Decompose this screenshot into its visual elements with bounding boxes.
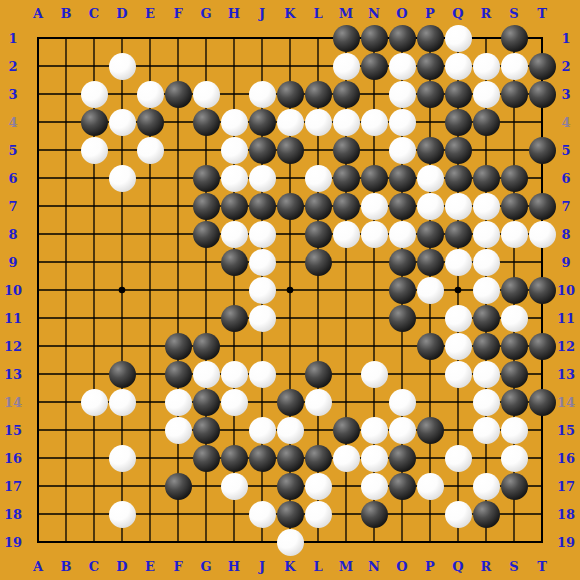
col-label-top-Q: Q [452,7,463,20]
white-stone-J11 [249,305,276,332]
col-label-top-J: J [259,7,265,20]
row-label-right-3: 3 [561,88,570,101]
white-stone-J6 [249,165,276,192]
white-stone-Q7 [445,193,472,220]
white-stone-O3 [389,81,416,108]
black-stone-G16 [193,445,220,472]
white-stone-E3 [137,81,164,108]
row-label-left-18: 18 [4,508,22,521]
white-stone-Q2 [445,53,472,80]
black-stone-P15 [417,417,444,444]
white-stone-R3 [473,81,500,108]
black-stone-K17 [277,473,304,500]
white-stone-M2 [333,53,360,80]
black-stone-S13 [501,361,528,388]
col-label-bottom-S: S [509,560,518,573]
white-stone-K4 [277,109,304,136]
black-stone-M3 [333,81,360,108]
black-stone-P9 [417,249,444,276]
white-stone-J13 [249,361,276,388]
black-stone-C4 [81,109,108,136]
black-stone-N2 [361,53,388,80]
black-stone-K7 [277,193,304,220]
black-stone-S1 [501,25,528,52]
black-stone-N6 [361,165,388,192]
row-label-left-9: 9 [8,256,17,269]
black-stone-H16 [221,445,248,472]
col-label-bottom-R: R [481,560,492,573]
white-stone-N13 [361,361,388,388]
col-label-bottom-N: N [368,560,380,573]
col-label-top-G: G [200,7,211,20]
white-stone-D16 [109,445,136,472]
black-stone-Q5 [445,137,472,164]
white-stone-R7 [473,193,500,220]
black-stone-M1 [333,25,360,52]
col-label-bottom-P: P [425,560,435,573]
row-label-left-4: 4 [8,116,17,129]
white-stone-J3 [249,81,276,108]
star-point-D10 [119,287,126,294]
col-label-bottom-F: F [173,560,182,573]
white-stone-K15 [277,417,304,444]
black-stone-G12 [193,333,220,360]
row-label-left-10: 10 [4,284,22,297]
row-label-left-12: 12 [4,340,22,353]
white-stone-F14 [165,389,192,416]
black-stone-L9 [305,249,332,276]
col-label-top-D: D [116,7,127,20]
white-stone-L6 [305,165,332,192]
black-stone-S14 [501,389,528,416]
black-stone-T14 [529,389,556,416]
white-stone-Q13 [445,361,472,388]
col-label-top-O: O [396,7,407,20]
row-label-left-2: 2 [8,60,17,73]
black-stone-J16 [249,445,276,472]
black-stone-J5 [249,137,276,164]
black-stone-M15 [333,417,360,444]
black-stone-T2 [529,53,556,80]
white-stone-D4 [109,109,136,136]
white-stone-L17 [305,473,332,500]
row-label-left-11: 11 [4,312,22,325]
black-stone-F17 [165,473,192,500]
black-stone-R4 [473,109,500,136]
black-stone-N18 [361,501,388,528]
black-stone-M5 [333,137,360,164]
black-stone-O6 [389,165,416,192]
black-stone-K18 [277,501,304,528]
black-stone-S10 [501,277,528,304]
white-stone-L18 [305,501,332,528]
white-stone-S15 [501,417,528,444]
black-stone-M7 [333,193,360,220]
white-stone-P10 [417,277,444,304]
black-stone-N1 [361,25,388,52]
white-stone-Q12 [445,333,472,360]
white-stone-S11 [501,305,528,332]
black-stone-D13 [109,361,136,388]
black-stone-F13 [165,361,192,388]
black-stone-O9 [389,249,416,276]
white-stone-P7 [417,193,444,220]
row-label-right-1: 1 [561,32,570,45]
black-stone-G6 [193,165,220,192]
black-stone-S6 [501,165,528,192]
row-label-left-5: 5 [8,144,17,157]
black-stone-P12 [417,333,444,360]
white-stone-N7 [361,193,388,220]
star-point-K10 [287,287,294,294]
white-stone-R9 [473,249,500,276]
white-stone-L14 [305,389,332,416]
black-stone-H11 [221,305,248,332]
black-stone-Q8 [445,221,472,248]
black-stone-T10 [529,277,556,304]
black-stone-M6 [333,165,360,192]
black-stone-K5 [277,137,304,164]
row-label-left-3: 3 [8,88,17,101]
white-stone-D2 [109,53,136,80]
black-stone-P5 [417,137,444,164]
col-label-top-M: M [339,7,353,20]
black-stone-T12 [529,333,556,360]
black-stone-G14 [193,389,220,416]
black-stone-Q3 [445,81,472,108]
white-stone-H6 [221,165,248,192]
white-stone-R13 [473,361,500,388]
black-stone-T7 [529,193,556,220]
white-stone-K19 [277,529,304,556]
black-stone-P1 [417,25,444,52]
white-stone-J15 [249,417,276,444]
white-stone-T8 [529,221,556,248]
black-stone-P3 [417,81,444,108]
white-stone-C14 [81,389,108,416]
col-label-top-N: N [368,7,380,20]
black-stone-O17 [389,473,416,500]
white-stone-R10 [473,277,500,304]
col-label-bottom-C: C [89,560,99,573]
white-stone-N17 [361,473,388,500]
white-stone-J9 [249,249,276,276]
col-label-bottom-G: G [200,560,211,573]
row-label-left-17: 17 [4,480,22,493]
white-stone-R2 [473,53,500,80]
black-stone-T5 [529,137,556,164]
black-stone-Q6 [445,165,472,192]
black-stone-K14 [277,389,304,416]
black-stone-K3 [277,81,304,108]
white-stone-J8 [249,221,276,248]
row-label-right-5: 5 [561,144,570,157]
white-stone-R14 [473,389,500,416]
col-label-bottom-A: A [33,560,43,573]
col-label-top-R: R [481,7,492,20]
black-stone-F12 [165,333,192,360]
white-stone-G13 [193,361,220,388]
black-stone-S12 [501,333,528,360]
white-stone-Q11 [445,305,472,332]
col-label-bottom-Q: Q [452,560,463,573]
row-label-right-14: 14 [557,396,575,409]
black-stone-H7 [221,193,248,220]
white-stone-H13 [221,361,248,388]
col-label-bottom-B: B [61,560,72,573]
col-label-top-C: C [89,7,99,20]
col-label-top-L: L [313,7,322,20]
white-stone-D6 [109,165,136,192]
white-stone-F15 [165,417,192,444]
black-stone-H9 [221,249,248,276]
row-label-right-9: 9 [561,256,570,269]
col-label-top-A: A [33,7,43,20]
white-stone-H14 [221,389,248,416]
white-stone-N16 [361,445,388,472]
white-stone-H4 [221,109,248,136]
white-stone-O5 [389,137,416,164]
black-stone-S7 [501,193,528,220]
col-label-bottom-H: H [228,560,240,573]
row-label-right-16: 16 [557,452,575,465]
white-stone-N4 [361,109,388,136]
row-label-left-15: 15 [4,424,22,437]
black-stone-Q4 [445,109,472,136]
row-label-left-1: 1 [8,32,17,45]
black-stone-J7 [249,193,276,220]
black-stone-T3 [529,81,556,108]
white-stone-P17 [417,473,444,500]
col-label-top-P: P [425,7,435,20]
black-stone-F3 [165,81,192,108]
black-stone-L8 [305,221,332,248]
white-stone-M4 [333,109,360,136]
col-label-top-H: H [228,7,240,20]
black-stone-G4 [193,109,220,136]
black-stone-O10 [389,277,416,304]
row-label-left-14: 14 [4,396,22,409]
row-label-right-12: 12 [557,340,575,353]
white-stone-O15 [389,417,416,444]
white-stone-H5 [221,137,248,164]
white-stone-M8 [333,221,360,248]
white-stone-H17 [221,473,248,500]
white-stone-C5 [81,137,108,164]
white-stone-O2 [389,53,416,80]
black-stone-R12 [473,333,500,360]
col-label-bottom-E: E [145,560,155,573]
row-label-right-10: 10 [557,284,575,297]
row-label-right-19: 19 [557,536,575,549]
white-stone-P6 [417,165,444,192]
col-label-bottom-K: K [284,560,295,573]
black-stone-S3 [501,81,528,108]
row-label-right-7: 7 [561,200,570,213]
row-label-right-4: 4 [561,116,570,129]
black-stone-G8 [193,221,220,248]
black-stone-R18 [473,501,500,528]
black-stone-O7 [389,193,416,220]
white-stone-S2 [501,53,528,80]
white-stone-L4 [305,109,332,136]
white-stone-Q18 [445,501,472,528]
white-stone-J18 [249,501,276,528]
black-stone-P8 [417,221,444,248]
white-stone-J10 [249,277,276,304]
black-stone-L7 [305,193,332,220]
go-board-app: AABBCCDDEEFFGGHHJJKKLLMMNNOOPPQQRRSSTT11… [0,0,580,580]
row-label-right-6: 6 [561,172,570,185]
black-stone-R11 [473,305,500,332]
black-stone-G7 [193,193,220,220]
black-stone-R6 [473,165,500,192]
row-label-left-6: 6 [8,172,17,185]
row-label-left-7: 7 [8,200,17,213]
col-label-top-K: K [284,7,295,20]
black-stone-L16 [305,445,332,472]
row-label-right-17: 17 [557,480,575,493]
row-label-right-2: 2 [561,60,570,73]
white-stone-Q1 [445,25,472,52]
white-stone-D14 [109,389,136,416]
col-label-top-E: E [145,7,155,20]
star-point-Q10 [455,287,462,294]
row-label-left-8: 8 [8,228,17,241]
white-stone-M16 [333,445,360,472]
white-stone-D18 [109,501,136,528]
black-stone-P2 [417,53,444,80]
col-label-bottom-T: T [537,560,547,573]
white-stone-S8 [501,221,528,248]
col-label-bottom-L: L [313,560,322,573]
white-stone-Q16 [445,445,472,472]
white-stone-S16 [501,445,528,472]
white-stone-G3 [193,81,220,108]
col-label-top-T: T [537,7,547,20]
col-label-bottom-D: D [116,560,127,573]
row-label-right-8: 8 [561,228,570,241]
col-label-top-B: B [61,7,72,20]
col-label-bottom-M: M [339,560,353,573]
go-board[interactable]: AABBCCDDEEFFGGHHJJKKLLMMNNOOPPQQRRSSTT11… [0,0,580,580]
white-stone-C3 [81,81,108,108]
white-stone-R17 [473,473,500,500]
black-stone-E4 [137,109,164,136]
black-stone-L13 [305,361,332,388]
white-stone-Q9 [445,249,472,276]
white-stone-H8 [221,221,248,248]
col-label-top-S: S [509,7,518,20]
white-stone-O14 [389,389,416,416]
black-stone-L3 [305,81,332,108]
row-label-left-19: 19 [4,536,22,549]
black-stone-O16 [389,445,416,472]
white-stone-N15 [361,417,388,444]
black-stone-O1 [389,25,416,52]
row-label-right-11: 11 [557,312,575,325]
white-stone-O8 [389,221,416,248]
white-stone-R8 [473,221,500,248]
white-stone-R15 [473,417,500,444]
row-label-right-13: 13 [557,368,575,381]
white-stone-N8 [361,221,388,248]
black-stone-G15 [193,417,220,444]
black-stone-K16 [277,445,304,472]
white-stone-E5 [137,137,164,164]
col-label-bottom-O: O [396,560,407,573]
row-label-left-13: 13 [4,368,22,381]
black-stone-J4 [249,109,276,136]
black-stone-S17 [501,473,528,500]
black-stone-O11 [389,305,416,332]
col-label-top-F: F [173,7,182,20]
row-label-right-15: 15 [557,424,575,437]
white-stone-O4 [389,109,416,136]
col-label-bottom-J: J [259,560,265,573]
row-label-right-18: 18 [557,508,575,521]
row-label-left-16: 16 [4,452,22,465]
